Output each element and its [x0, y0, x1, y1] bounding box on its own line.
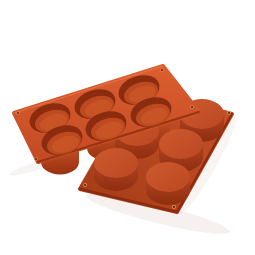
- silicone-mould-illustration: [0, 0, 255, 255]
- hole-center: [191, 106, 193, 108]
- product-photo: [0, 0, 255, 255]
- cylinder-top: [159, 129, 203, 159]
- cylinder: [146, 162, 190, 205]
- hole-center: [161, 69, 163, 71]
- hanging-hole: [190, 105, 194, 109]
- hole-center: [84, 184, 86, 186]
- hole-center: [35, 158, 37, 160]
- hanging-hole: [16, 111, 20, 115]
- hanging-hole: [160, 68, 164, 72]
- hole-center: [17, 112, 19, 114]
- hanging-hole: [172, 205, 176, 209]
- hanging-hole: [83, 183, 87, 187]
- cylinder-top: [94, 148, 138, 178]
- cylinder-top: [146, 162, 190, 192]
- hole-center: [173, 206, 175, 208]
- hanging-hole: [34, 157, 38, 161]
- hanging-hole: [227, 111, 231, 115]
- cylinder: [94, 148, 138, 191]
- hole-center: [228, 112, 230, 114]
